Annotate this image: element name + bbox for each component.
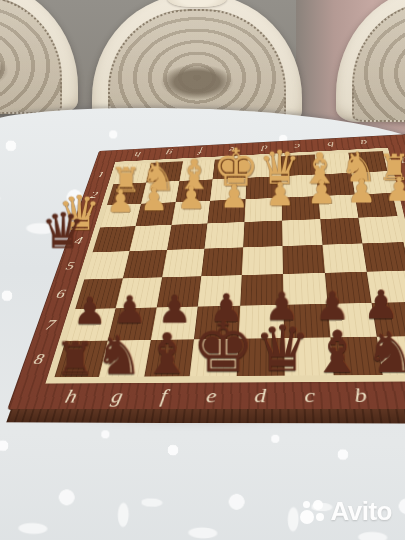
piece-cell-c2: ♟ bbox=[301, 184, 342, 205]
piece-cell-b3 bbox=[342, 202, 386, 223]
pieces-layer: ♜♞♝♚♛♝♞♜♟♟♟♟♟♟♟♟♟♟♟♟♟♟♟♟♜♞♝♚♛♝♞♜ bbox=[54, 151, 405, 377]
piece-cell-g4 bbox=[126, 229, 169, 251]
piece-cell-b7: ♟ bbox=[354, 290, 405, 320]
avito-watermark: Avito bbox=[300, 496, 392, 527]
piece-cell-g7: ♟ bbox=[107, 296, 156, 325]
piece-cell-e3 bbox=[208, 207, 258, 228]
piece-black-knight-b8: ♞ bbox=[365, 324, 405, 381]
piece-cell-c3 bbox=[302, 203, 345, 224]
photo-scene: hgfedcba hgfedcba 12345678 12345678 ♜♞♝♚… bbox=[0, 0, 405, 540]
piece-cell-c8: ♝ bbox=[308, 320, 364, 376]
piece-cell-g3 bbox=[131, 210, 172, 231]
piece-cell-f2: ♟ bbox=[172, 189, 213, 210]
piece-cell-c7: ♟ bbox=[307, 291, 358, 321]
piece-cell-b5 bbox=[348, 243, 395, 267]
avito-text: Avito bbox=[330, 496, 392, 527]
piece-black-bishop-f8: ♝ bbox=[141, 326, 191, 382]
piece-black-knight-g8: ♞ bbox=[94, 329, 142, 383]
piece-cell-b2: ♟ bbox=[340, 182, 382, 203]
piece-cell-c4 bbox=[303, 223, 348, 245]
piece-cell-d3 bbox=[258, 205, 303, 226]
piece-cell-d2: ♟ bbox=[258, 185, 302, 206]
piece-cell-a4 bbox=[386, 220, 405, 242]
piece-cell-b8: ♞ bbox=[357, 319, 405, 375]
piece-cell-f8: ♝ bbox=[141, 323, 197, 377]
piece-cell-e4 bbox=[206, 226, 258, 248]
chair-upholstery bbox=[0, 0, 62, 114]
piece-cell-e8: ♚ bbox=[191, 322, 255, 377]
piece-black-rook-h8: ♜ bbox=[55, 336, 96, 382]
avito-logo-icon bbox=[300, 500, 325, 524]
piece-cell-b4 bbox=[345, 221, 390, 244]
piece-cell-f5 bbox=[161, 249, 206, 272]
piece-cell-c5 bbox=[304, 244, 350, 268]
piece-black-queen-extra: ♛ bbox=[41, 207, 85, 256]
board-front-edge bbox=[6, 409, 405, 424]
chair-upholstery bbox=[108, 9, 286, 124]
piece-cell-f3 bbox=[168, 209, 210, 230]
piece-cell-d4 bbox=[257, 224, 304, 246]
piece-cell-f4 bbox=[165, 228, 208, 250]
piece-black-king-e8: ♚ bbox=[191, 312, 254, 382]
piece-black-bishop-c8: ♝ bbox=[311, 323, 363, 381]
piece-black-queen-d8: ♛ bbox=[254, 318, 311, 381]
chair-crest-ornament bbox=[167, 0, 227, 7]
piece-cell-d8: ♛ bbox=[254, 321, 311, 376]
piece-cell-a2: ♟ bbox=[378, 180, 405, 201]
